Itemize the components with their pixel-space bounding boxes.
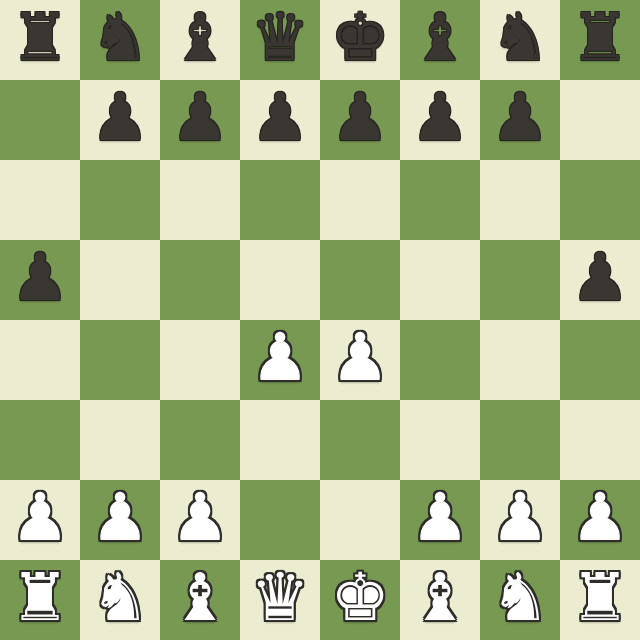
piece-white-king[interactable]: ♚ — [330, 558, 389, 638]
square-d8[interactable]: ♛ — [240, 0, 320, 80]
square-e1[interactable]: ♚ — [320, 560, 400, 640]
square-a6[interactable] — [0, 160, 80, 240]
piece-black-rook[interactable]: ♜ — [10, 0, 69, 78]
piece-black-pawn[interactable]: ♟ — [410, 78, 469, 158]
square-f2[interactable]: ♟ — [400, 480, 480, 560]
square-f4[interactable] — [400, 320, 480, 400]
square-c6[interactable] — [160, 160, 240, 240]
piece-black-bishop[interactable]: ♝ — [410, 0, 469, 78]
square-g5[interactable] — [480, 240, 560, 320]
square-h3[interactable] — [560, 400, 640, 480]
square-a7[interactable] — [0, 80, 80, 160]
square-g8[interactable]: ♞ — [480, 0, 560, 80]
square-b8[interactable]: ♞ — [80, 0, 160, 80]
piece-white-knight[interactable]: ♞ — [490, 558, 549, 638]
square-c5[interactable] — [160, 240, 240, 320]
square-b5[interactable] — [80, 240, 160, 320]
square-b2[interactable]: ♟ — [80, 480, 160, 560]
square-b7[interactable]: ♟ — [80, 80, 160, 160]
piece-black-knight[interactable]: ♞ — [90, 0, 149, 78]
square-e8[interactable]: ♚ — [320, 0, 400, 80]
piece-black-pawn[interactable]: ♟ — [10, 238, 69, 318]
square-c4[interactable] — [160, 320, 240, 400]
square-a8[interactable]: ♜ — [0, 0, 80, 80]
piece-black-queen[interactable]: ♛ — [250, 0, 309, 78]
square-f6[interactable] — [400, 160, 480, 240]
piece-black-knight[interactable]: ♞ — [490, 0, 549, 78]
piece-black-pawn[interactable]: ♟ — [330, 78, 389, 158]
square-h1[interactable]: ♜ — [560, 560, 640, 640]
square-a4[interactable] — [0, 320, 80, 400]
square-d7[interactable]: ♟ — [240, 80, 320, 160]
piece-black-rook[interactable]: ♜ — [570, 0, 629, 78]
square-d2[interactable] — [240, 480, 320, 560]
piece-white-pawn[interactable]: ♟ — [170, 478, 229, 558]
piece-black-pawn[interactable]: ♟ — [570, 238, 629, 318]
piece-white-pawn[interactable]: ♟ — [90, 478, 149, 558]
square-g6[interactable] — [480, 160, 560, 240]
square-g3[interactable] — [480, 400, 560, 480]
piece-black-king[interactable]: ♚ — [330, 0, 389, 78]
piece-white-bishop[interactable]: ♝ — [170, 558, 229, 638]
piece-black-pawn[interactable]: ♟ — [250, 78, 309, 158]
piece-white-pawn[interactable]: ♟ — [490, 478, 549, 558]
piece-white-knight[interactable]: ♞ — [90, 558, 149, 638]
piece-white-rook[interactable]: ♜ — [570, 558, 629, 638]
piece-white-pawn[interactable]: ♟ — [330, 318, 389, 398]
square-h2[interactable]: ♟ — [560, 480, 640, 560]
square-a2[interactable]: ♟ — [0, 480, 80, 560]
square-e7[interactable]: ♟ — [320, 80, 400, 160]
piece-white-pawn[interactable]: ♟ — [250, 318, 309, 398]
square-f3[interactable] — [400, 400, 480, 480]
piece-white-pawn[interactable]: ♟ — [10, 478, 69, 558]
piece-white-pawn[interactable]: ♟ — [410, 478, 469, 558]
piece-white-rook[interactable]: ♜ — [10, 558, 69, 638]
piece-black-pawn[interactable]: ♟ — [170, 78, 229, 158]
square-e5[interactable] — [320, 240, 400, 320]
piece-black-pawn[interactable]: ♟ — [490, 78, 549, 158]
square-c8[interactable]: ♝ — [160, 0, 240, 80]
square-b4[interactable] — [80, 320, 160, 400]
square-e3[interactable] — [320, 400, 400, 480]
square-g4[interactable] — [480, 320, 560, 400]
square-c1[interactable]: ♝ — [160, 560, 240, 640]
square-a3[interactable] — [0, 400, 80, 480]
square-d6[interactable] — [240, 160, 320, 240]
square-b3[interactable] — [80, 400, 160, 480]
square-e6[interactable] — [320, 160, 400, 240]
piece-white-queen[interactable]: ♛ — [250, 558, 309, 638]
square-c7[interactable]: ♟ — [160, 80, 240, 160]
square-c3[interactable] — [160, 400, 240, 480]
square-d4[interactable]: ♟ — [240, 320, 320, 400]
square-h5[interactable]: ♟ — [560, 240, 640, 320]
square-f7[interactable]: ♟ — [400, 80, 480, 160]
square-d5[interactable] — [240, 240, 320, 320]
square-d1[interactable]: ♛ — [240, 560, 320, 640]
square-e2[interactable] — [320, 480, 400, 560]
piece-white-bishop[interactable]: ♝ — [410, 558, 469, 638]
square-h8[interactable]: ♜ — [560, 0, 640, 80]
square-f1[interactable]: ♝ — [400, 560, 480, 640]
square-e4[interactable]: ♟ — [320, 320, 400, 400]
square-h7[interactable] — [560, 80, 640, 160]
square-c2[interactable]: ♟ — [160, 480, 240, 560]
square-h6[interactable] — [560, 160, 640, 240]
piece-black-bishop[interactable]: ♝ — [170, 0, 229, 78]
square-d3[interactable] — [240, 400, 320, 480]
square-g7[interactable]: ♟ — [480, 80, 560, 160]
square-b1[interactable]: ♞ — [80, 560, 160, 640]
square-a1[interactable]: ♜ — [0, 560, 80, 640]
square-g2[interactable]: ♟ — [480, 480, 560, 560]
square-a5[interactable]: ♟ — [0, 240, 80, 320]
square-f5[interactable] — [400, 240, 480, 320]
square-g1[interactable]: ♞ — [480, 560, 560, 640]
chess-board: ♜♞♝♛♚♝♞♜♟♟♟♟♟♟♟♟♟♟♟♟♟♟♟♟♜♞♝♛♚♝♞♜ — [0, 0, 640, 640]
square-h4[interactable] — [560, 320, 640, 400]
piece-black-pawn[interactable]: ♟ — [90, 78, 149, 158]
square-f8[interactable]: ♝ — [400, 0, 480, 80]
square-b6[interactable] — [80, 160, 160, 240]
piece-white-pawn[interactable]: ♟ — [570, 478, 629, 558]
